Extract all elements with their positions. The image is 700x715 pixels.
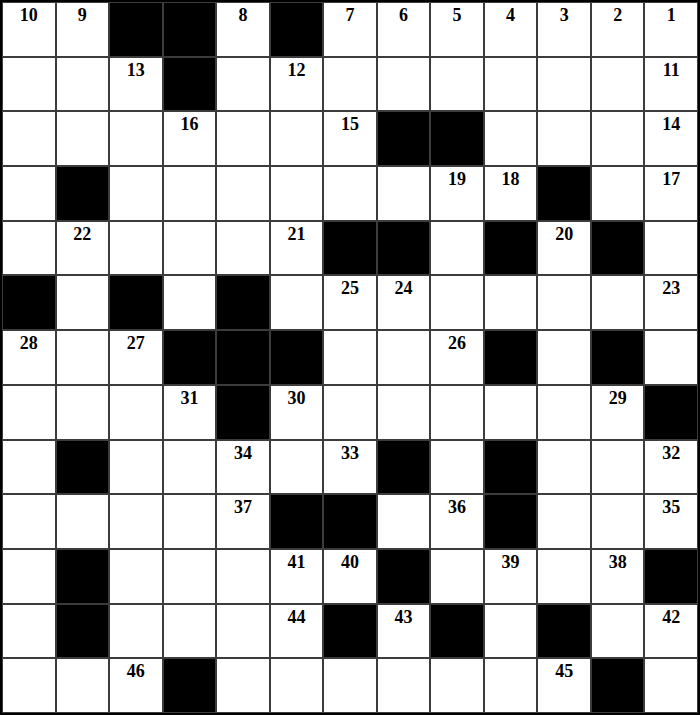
blocked-cell-r9c10 [484, 440, 538, 495]
cell-r10c8[interactable] [377, 494, 431, 549]
blocked-cell-r3c8 [377, 111, 431, 166]
cell-r7c1[interactable]: 28 [2, 330, 56, 385]
cell-r1c5[interactable]: 8 [216, 2, 270, 57]
cell-r3c7[interactable]: 15 [323, 111, 377, 166]
cell-r8c7[interactable] [323, 385, 377, 440]
cell-r11c3[interactable] [109, 549, 163, 604]
cell-r13c1[interactable] [2, 658, 56, 713]
cell-r2c2[interactable] [56, 57, 110, 112]
clue-number-18: 18 [502, 167, 520, 188]
cell-r1c7[interactable]: 7 [323, 2, 377, 57]
clue-number-42: 42 [662, 605, 680, 626]
cell-r8c6[interactable]: 30 [270, 385, 324, 440]
blocked-cell-r11c13 [644, 549, 698, 604]
clue-number-15: 15 [341, 112, 359, 133]
cell-r6c13[interactable]: 23 [644, 275, 698, 330]
blocked-cell-r8c13 [644, 385, 698, 440]
cell-r7c3[interactable]: 27 [109, 330, 163, 385]
blocked-cell-r5c10 [484, 221, 538, 276]
cell-r4c7[interactable] [323, 166, 377, 221]
clue-number-25: 25 [341, 276, 359, 297]
cell-r2c13[interactable]: 11 [644, 57, 698, 112]
cell-r11c5[interactable] [216, 549, 270, 604]
cell-r11c10[interactable]: 39 [484, 549, 538, 604]
blocked-cell-r12c7 [323, 604, 377, 659]
clue-number-33: 33 [341, 441, 359, 462]
blocked-cell-r11c8 [377, 549, 431, 604]
blocked-cell-r13c4 [163, 658, 217, 713]
clue-number-21: 21 [287, 222, 305, 243]
cell-r6c9[interactable] [430, 275, 484, 330]
clue-number-13: 13 [127, 58, 145, 79]
clue-number-36: 36 [448, 495, 466, 516]
cell-r7c7[interactable] [323, 330, 377, 385]
cell-r6c6[interactable] [270, 275, 324, 330]
clue-number-19: 19 [448, 167, 466, 188]
cell-r11c1[interactable] [2, 549, 56, 604]
clue-number-29: 29 [609, 386, 627, 407]
cell-r1c13[interactable]: 1 [644, 2, 698, 57]
cell-r3c6[interactable] [270, 111, 324, 166]
cell-r3c2[interactable] [56, 111, 110, 166]
cell-r2c10[interactable] [484, 57, 538, 112]
cell-r10c1[interactable] [2, 494, 56, 549]
cell-r1c12[interactable]: 2 [591, 2, 645, 57]
cell-r5c2[interactable]: 22 [56, 221, 110, 276]
cell-r6c12[interactable] [591, 275, 645, 330]
cell-r9c12[interactable] [591, 440, 645, 495]
blocked-cell-r11c2 [56, 549, 110, 604]
cell-r5c1[interactable] [2, 221, 56, 276]
cell-r4c4[interactable] [163, 166, 217, 221]
cell-r4c13[interactable]: 17 [644, 166, 698, 221]
cell-r5c9[interactable] [430, 221, 484, 276]
cell-r1c10[interactable]: 4 [484, 2, 538, 57]
clue-number-40: 40 [341, 550, 359, 571]
cell-r13c7[interactable] [323, 658, 377, 713]
cell-r6c11[interactable] [537, 275, 591, 330]
cell-r6c10[interactable] [484, 275, 538, 330]
blocked-cell-r4c2 [56, 166, 110, 221]
cell-r7c2[interactable] [56, 330, 110, 385]
cell-r6c7[interactable]: 25 [323, 275, 377, 330]
cell-r2c12[interactable] [591, 57, 645, 112]
blocked-cell-r12c2 [56, 604, 110, 659]
blocked-cell-r6c5 [216, 275, 270, 330]
cell-r8c10[interactable] [484, 385, 538, 440]
cell-r13c11[interactable]: 45 [537, 658, 591, 713]
blocked-cell-r7c5 [216, 330, 270, 385]
cell-r11c6[interactable]: 41 [270, 549, 324, 604]
cell-r13c5[interactable] [216, 658, 270, 713]
clue-number-16: 16 [180, 112, 198, 133]
blocked-cell-r3c9 [430, 111, 484, 166]
blocked-cell-r4c11 [537, 166, 591, 221]
cell-r2c5[interactable] [216, 57, 270, 112]
clue-number-39: 39 [502, 550, 520, 571]
cell-r4c9[interactable]: 19 [430, 166, 484, 221]
cell-r9c3[interactable] [109, 440, 163, 495]
cell-r4c12[interactable] [591, 166, 645, 221]
cell-r10c4[interactable] [163, 494, 217, 549]
blocked-cell-r13c12 [591, 658, 645, 713]
cell-r3c13[interactable]: 14 [644, 111, 698, 166]
cell-r3c11[interactable] [537, 111, 591, 166]
clue-number-2: 2 [613, 3, 622, 24]
blocked-cell-r7c12 [591, 330, 645, 385]
cell-r9c7[interactable]: 33 [323, 440, 377, 495]
cell-r13c10[interactable] [484, 658, 538, 713]
cell-r3c10[interactable] [484, 111, 538, 166]
cell-r7c9[interactable]: 26 [430, 330, 484, 385]
cell-r10c13[interactable]: 35 [644, 494, 698, 549]
cell-r8c4[interactable]: 31 [163, 385, 217, 440]
cell-r6c8[interactable]: 24 [377, 275, 431, 330]
cell-r1c11[interactable]: 3 [537, 2, 591, 57]
cell-r10c5[interactable]: 37 [216, 494, 270, 549]
cell-r1c2[interactable]: 9 [56, 2, 110, 57]
clue-number-5: 5 [453, 3, 462, 24]
cell-r2c8[interactable] [377, 57, 431, 112]
cell-r13c8[interactable] [377, 658, 431, 713]
cell-r12c3[interactable] [109, 604, 163, 659]
cell-r8c1[interactable] [2, 385, 56, 440]
cell-r5c3[interactable] [109, 221, 163, 276]
cell-r10c2[interactable] [56, 494, 110, 549]
clue-number-28: 28 [20, 331, 38, 352]
blocked-cell-r1c3 [109, 2, 163, 57]
cell-r9c11[interactable] [537, 440, 591, 495]
cell-r4c1[interactable] [2, 166, 56, 221]
blocked-cell-r5c8 [377, 221, 431, 276]
cell-r13c9[interactable] [430, 658, 484, 713]
cell-r2c7[interactable] [323, 57, 377, 112]
blocked-cell-r12c11 [537, 604, 591, 659]
cell-r5c4[interactable] [163, 221, 217, 276]
blocked-cell-r7c10 [484, 330, 538, 385]
cell-r7c8[interactable] [377, 330, 431, 385]
cell-r6c4[interactable] [163, 275, 217, 330]
clue-number-26: 26 [448, 331, 466, 352]
blocked-cell-r2c4 [163, 57, 217, 112]
cell-r12c12[interactable] [591, 604, 645, 659]
cell-r1c1[interactable]: 10 [2, 2, 56, 57]
cell-r12c13[interactable]: 42 [644, 604, 698, 659]
cell-r12c6[interactable]: 44 [270, 604, 324, 659]
cell-r4c6[interactable] [270, 166, 324, 221]
cell-r11c9[interactable] [430, 549, 484, 604]
clue-number-24: 24 [395, 276, 413, 297]
clue-number-27: 27 [127, 331, 145, 352]
clue-number-1: 1 [667, 3, 676, 24]
clue-number-43: 43 [395, 605, 413, 626]
cell-r2c1[interactable] [2, 57, 56, 112]
cell-r12c4[interactable] [163, 604, 217, 659]
cell-r5c6[interactable]: 21 [270, 221, 324, 276]
clue-number-41: 41 [287, 550, 305, 571]
cell-r11c12[interactable]: 38 [591, 549, 645, 604]
cell-r13c6[interactable] [270, 658, 324, 713]
cell-r11c4[interactable] [163, 549, 217, 604]
cell-r4c3[interactable] [109, 166, 163, 221]
cell-r4c8[interactable] [377, 166, 431, 221]
cell-r11c11[interactable] [537, 549, 591, 604]
cell-r13c13[interactable] [644, 658, 698, 713]
cell-r10c11[interactable] [537, 494, 591, 549]
blocked-cell-r6c3 [109, 275, 163, 330]
blocked-cell-r1c4 [163, 2, 217, 57]
blocked-cell-r7c6 [270, 330, 324, 385]
cell-r12c1[interactable] [2, 604, 56, 659]
clue-number-23: 23 [662, 276, 680, 297]
clue-number-30: 30 [287, 386, 305, 407]
clue-number-37: 37 [234, 495, 252, 516]
cell-r5c11[interactable]: 20 [537, 221, 591, 276]
cell-r5c13[interactable] [644, 221, 698, 276]
clue-number-12: 12 [287, 58, 305, 79]
cell-r9c4[interactable] [163, 440, 217, 495]
cell-r10c3[interactable] [109, 494, 163, 549]
clue-number-31: 31 [180, 386, 198, 407]
blocked-cell-r12c9 [430, 604, 484, 659]
blocked-cell-r10c10 [484, 494, 538, 549]
clue-number-7: 7 [345, 3, 354, 24]
cell-r3c12[interactable] [591, 111, 645, 166]
blocked-cell-r5c12 [591, 221, 645, 276]
cell-r8c2[interactable] [56, 385, 110, 440]
blocked-cell-r10c6 [270, 494, 324, 549]
cell-r8c9[interactable] [430, 385, 484, 440]
clue-number-8: 8 [238, 3, 247, 24]
cell-r12c5[interactable] [216, 604, 270, 659]
blocked-cell-r1c6 [270, 2, 324, 57]
cell-r12c10[interactable] [484, 604, 538, 659]
clue-number-34: 34 [234, 441, 252, 462]
cell-r2c3[interactable]: 13 [109, 57, 163, 112]
cell-r2c6[interactable]: 12 [270, 57, 324, 112]
cell-r2c9[interactable] [430, 57, 484, 112]
cell-r9c9[interactable] [430, 440, 484, 495]
clue-number-20: 20 [555, 222, 573, 243]
cell-r4c5[interactable] [216, 166, 270, 221]
cell-r12c8[interactable]: 43 [377, 604, 431, 659]
cell-r6c2[interactable] [56, 275, 110, 330]
cell-r11c7[interactable]: 40 [323, 549, 377, 604]
clue-number-4: 4 [506, 3, 515, 24]
clue-number-10: 10 [20, 3, 38, 24]
cell-r3c1[interactable] [2, 111, 56, 166]
cell-r10c12[interactable] [591, 494, 645, 549]
cell-r13c2[interactable] [56, 658, 110, 713]
cell-r8c11[interactable] [537, 385, 591, 440]
crossword-board: 1098765432113121116151419181722212025242… [0, 0, 700, 715]
cell-r1c8[interactable]: 6 [377, 2, 431, 57]
cell-r7c13[interactable] [644, 330, 698, 385]
clue-number-45: 45 [555, 659, 573, 680]
cell-r3c5[interactable] [216, 111, 270, 166]
blocked-cell-r6c1 [2, 275, 56, 330]
cell-r9c6[interactable] [270, 440, 324, 495]
blocked-cell-r5c7 [323, 221, 377, 276]
clue-number-6: 6 [399, 3, 408, 24]
cell-r9c13[interactable]: 32 [644, 440, 698, 495]
cell-r9c5[interactable]: 34 [216, 440, 270, 495]
blocked-cell-r7c4 [163, 330, 217, 385]
clue-number-35: 35 [662, 495, 680, 516]
clue-number-14: 14 [662, 112, 680, 133]
clue-number-17: 17 [662, 167, 680, 188]
cell-r8c8[interactable] [377, 385, 431, 440]
clue-number-11: 11 [663, 58, 680, 79]
cell-r3c4[interactable]: 16 [163, 111, 217, 166]
blocked-cell-r9c8 [377, 440, 431, 495]
clue-number-22: 22 [73, 222, 91, 243]
blocked-cell-r9c2 [56, 440, 110, 495]
clue-number-38: 38 [609, 550, 627, 571]
cell-r1c9[interactable]: 5 [430, 2, 484, 57]
clue-number-46: 46 [127, 659, 145, 680]
cell-r7c11[interactable] [537, 330, 591, 385]
cell-r2c11[interactable] [537, 57, 591, 112]
blocked-cell-r10c7 [323, 494, 377, 549]
cell-r8c12[interactable]: 29 [591, 385, 645, 440]
clue-number-44: 44 [287, 605, 305, 626]
cell-r9c1[interactable] [2, 440, 56, 495]
clue-number-3: 3 [560, 3, 569, 24]
cell-r5c5[interactable] [216, 221, 270, 276]
clue-number-32: 32 [662, 441, 680, 462]
clue-number-9: 9 [78, 3, 87, 24]
cell-r4c10[interactable]: 18 [484, 166, 538, 221]
cell-r8c3[interactable] [109, 385, 163, 440]
cell-r3c3[interactable] [109, 111, 163, 166]
cell-r13c3[interactable]: 46 [109, 658, 163, 713]
cell-r10c9[interactable]: 36 [430, 494, 484, 549]
blocked-cell-r8c5 [216, 385, 270, 440]
